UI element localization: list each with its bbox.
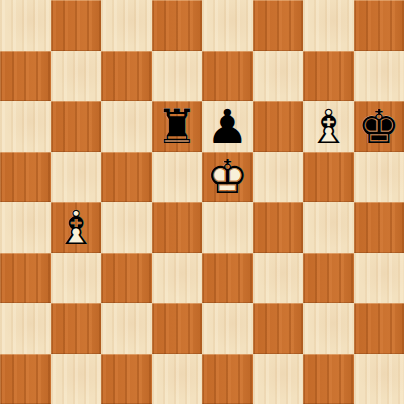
square-e6[interactable]: ♙♟	[202, 101, 253, 152]
square-e2[interactable]	[202, 303, 253, 354]
piece-white-king[interactable]: ♚♔	[202, 152, 253, 203]
square-b2[interactable]	[51, 303, 102, 354]
square-h2[interactable]	[354, 303, 404, 354]
square-e7[interactable]	[202, 51, 253, 102]
square-g6[interactable]: ♝♗	[303, 101, 354, 152]
square-a7[interactable]	[0, 51, 51, 102]
square-h7[interactable]	[354, 51, 404, 102]
square-h6[interactable]: ♔♚	[354, 101, 404, 152]
square-e5[interactable]: ♚♔	[202, 152, 253, 203]
square-a5[interactable]	[0, 152, 51, 203]
square-c6[interactable]	[101, 101, 152, 152]
square-b8[interactable]	[51, 0, 102, 51]
square-c8[interactable]	[101, 0, 152, 51]
square-e4[interactable]	[202, 202, 253, 253]
black-rook-outline-glyph: ♜	[152, 101, 203, 152]
square-g8[interactable]	[303, 0, 354, 51]
square-d2[interactable]	[152, 303, 203, 354]
square-a2[interactable]	[0, 303, 51, 354]
square-f2[interactable]	[253, 303, 304, 354]
chess-board: ♖♜♙♟♝♗♔♚♚♔♝♗	[0, 0, 404, 404]
square-d1[interactable]	[152, 354, 203, 404]
square-d5[interactable]	[152, 152, 203, 203]
square-g3[interactable]	[303, 253, 354, 304]
square-h8[interactable]	[354, 0, 404, 51]
piece-white-bishop[interactable]: ♝♗	[51, 202, 102, 253]
square-f8[interactable]	[253, 0, 304, 51]
square-b3[interactable]	[51, 253, 102, 304]
square-d6[interactable]: ♖♜	[152, 101, 203, 152]
square-f3[interactable]	[253, 253, 304, 304]
square-d8[interactable]	[152, 0, 203, 51]
square-e3[interactable]	[202, 253, 253, 304]
square-b6[interactable]	[51, 101, 102, 152]
square-f7[interactable]	[253, 51, 304, 102]
square-c5[interactable]	[101, 152, 152, 203]
square-f4[interactable]	[253, 202, 304, 253]
piece-white-bishop[interactable]: ♝♗	[303, 101, 354, 152]
square-g1[interactable]	[303, 354, 354, 404]
square-h3[interactable]	[354, 253, 404, 304]
piece-black-king[interactable]: ♔♚	[354, 101, 404, 152]
black-pawn-outline-glyph: ♟	[202, 101, 253, 152]
square-g7[interactable]	[303, 51, 354, 102]
square-c7[interactable]	[101, 51, 152, 102]
square-d4[interactable]	[152, 202, 203, 253]
square-c2[interactable]	[101, 303, 152, 354]
square-h1[interactable]	[354, 354, 404, 404]
square-g2[interactable]	[303, 303, 354, 354]
square-g5[interactable]	[303, 152, 354, 203]
square-b4[interactable]: ♝♗	[51, 202, 102, 253]
square-f6[interactable]	[253, 101, 304, 152]
square-a8[interactable]	[0, 0, 51, 51]
square-e8[interactable]	[202, 0, 253, 51]
square-f1[interactable]	[253, 354, 304, 404]
piece-black-rook[interactable]: ♖♜	[152, 101, 203, 152]
square-d7[interactable]	[152, 51, 203, 102]
square-a1[interactable]	[0, 354, 51, 404]
square-a4[interactable]	[0, 202, 51, 253]
square-c1[interactable]	[101, 354, 152, 404]
square-a3[interactable]	[0, 253, 51, 304]
chess-board-wrap: ♖♜♙♟♝♗♔♚♚♔♝♗	[0, 0, 404, 404]
square-d3[interactable]	[152, 253, 203, 304]
square-b7[interactable]	[51, 51, 102, 102]
square-f5[interactable]	[253, 152, 304, 203]
white-bishop-outline-glyph: ♗	[303, 101, 354, 152]
square-h5[interactable]	[354, 152, 404, 203]
white-king-outline-glyph: ♔	[202, 152, 253, 203]
piece-black-pawn[interactable]: ♙♟	[202, 101, 253, 152]
square-h4[interactable]	[354, 202, 404, 253]
square-g4[interactable]	[303, 202, 354, 253]
square-c3[interactable]	[101, 253, 152, 304]
square-c4[interactable]	[101, 202, 152, 253]
white-bishop-outline-glyph: ♗	[51, 202, 102, 253]
square-b5[interactable]	[51, 152, 102, 203]
square-a6[interactable]	[0, 101, 51, 152]
black-king-outline-glyph: ♚	[354, 101, 404, 152]
square-b1[interactable]	[51, 354, 102, 404]
square-e1[interactable]	[202, 354, 253, 404]
